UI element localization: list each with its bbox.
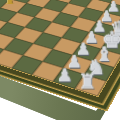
silver-knight: ♞ <box>81 56 112 78</box>
chess-set-photo: ♜♟♟♜♞♟♟♞♝♟♟♝♛♟♟♛♚♟♟♚♝♟♟♝♞♟♟♞♜♟♟♜ <box>0 0 120 120</box>
chess-board: ♜♟♟♜♞♟♟♞♝♟♟♝♛♟♟♛♚♟♟♚♝♟♟♝♞♟♟♞♜♟♟♜ <box>0 0 120 96</box>
